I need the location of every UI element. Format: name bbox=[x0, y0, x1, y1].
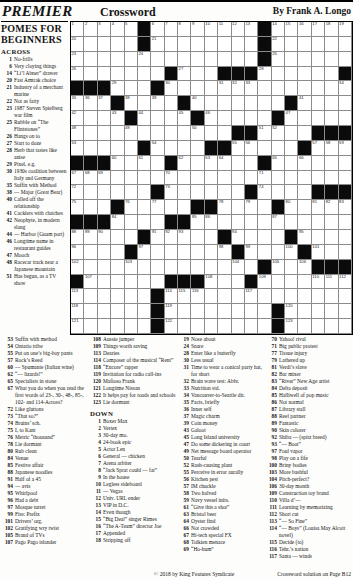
grid-cell[interactable]: 91 bbox=[151, 230, 164, 245]
grid-cell[interactable] bbox=[325, 37, 338, 52]
grid-cell[interactable] bbox=[339, 304, 352, 319]
grid-cell[interactable] bbox=[125, 230, 138, 245]
grid-cell[interactable]: 41 bbox=[298, 96, 311, 111]
grid-cell[interactable]: 60 bbox=[111, 156, 124, 171]
grid-cell[interactable]: 74 bbox=[258, 185, 271, 200]
grid-cell[interactable] bbox=[151, 156, 164, 171]
grid-cell[interactable] bbox=[178, 304, 191, 319]
grid-cell[interactable]: 120 bbox=[285, 304, 298, 319]
grid-cell[interactable]: 83 bbox=[339, 200, 352, 215]
grid-cell[interactable]: 59 bbox=[339, 141, 352, 156]
grid-cell[interactable] bbox=[339, 215, 352, 230]
grid-cell[interactable] bbox=[178, 319, 191, 334]
grid-cell[interactable] bbox=[111, 260, 124, 275]
grid-cell[interactable] bbox=[191, 81, 204, 96]
grid-cell[interactable] bbox=[191, 37, 204, 52]
grid-cell[interactable]: 99 bbox=[245, 245, 258, 260]
grid-cell[interactable] bbox=[151, 67, 164, 82]
grid-cell[interactable] bbox=[138, 289, 151, 304]
grid-cell[interactable] bbox=[98, 141, 111, 156]
grid-cell[interactable]: 43 bbox=[111, 111, 124, 126]
grid-cell[interactable] bbox=[285, 260, 298, 275]
grid-cell[interactable] bbox=[245, 37, 258, 52]
grid-cell[interactable]: 8 bbox=[178, 22, 191, 37]
grid-cell[interactable] bbox=[125, 289, 138, 304]
grid-cell[interactable] bbox=[98, 111, 111, 126]
grid-cell[interactable] bbox=[285, 171, 298, 186]
grid-cell[interactable] bbox=[218, 96, 231, 111]
grid-cell[interactable] bbox=[339, 156, 352, 171]
grid-cell[interactable]: 73 bbox=[165, 185, 178, 200]
grid-cell[interactable] bbox=[138, 185, 151, 200]
grid-cell[interactable]: 29 bbox=[111, 81, 124, 96]
grid-cell[interactable] bbox=[138, 200, 151, 215]
grid-cell[interactable] bbox=[111, 319, 124, 334]
grid-cell[interactable] bbox=[285, 275, 298, 290]
grid-cell[interactable]: 9 bbox=[191, 22, 204, 37]
grid-cell[interactable] bbox=[218, 111, 231, 126]
grid-cell[interactable] bbox=[245, 304, 258, 319]
grid-cell[interactable]: 95 bbox=[298, 230, 311, 245]
grid-cell[interactable] bbox=[111, 141, 124, 156]
grid-cell[interactable] bbox=[285, 141, 298, 156]
grid-cell[interactable] bbox=[84, 245, 97, 260]
grid-cell[interactable]: 106 bbox=[298, 260, 311, 275]
grid-cell[interactable] bbox=[98, 275, 111, 290]
grid-cell[interactable] bbox=[312, 171, 325, 186]
grid-cell[interactable] bbox=[272, 245, 285, 260]
grid-cell[interactable] bbox=[272, 81, 285, 96]
grid-cell[interactable] bbox=[312, 111, 325, 126]
grid-cell[interactable]: 104 bbox=[232, 260, 245, 275]
grid-cell[interactable] bbox=[298, 37, 311, 52]
grid-cell[interactable] bbox=[178, 171, 191, 186]
grid-cell[interactable]: 45 bbox=[178, 111, 191, 126]
grid-cell[interactable] bbox=[218, 275, 231, 290]
grid-cell[interactable]: 114 bbox=[165, 289, 178, 304]
grid-cell[interactable] bbox=[125, 275, 138, 290]
grid-cell[interactable] bbox=[258, 304, 271, 319]
grid-cell[interactable]: 89 bbox=[84, 230, 97, 245]
grid-cell[interactable] bbox=[191, 304, 204, 319]
grid-cell[interactable] bbox=[205, 185, 218, 200]
grid-cell[interactable] bbox=[218, 37, 231, 52]
grid-cell[interactable] bbox=[84, 37, 97, 52]
grid-cell[interactable]: 23 bbox=[71, 52, 84, 67]
grid-cell[interactable] bbox=[84, 141, 97, 156]
grid-cell[interactable] bbox=[232, 304, 245, 319]
grid-cell[interactable] bbox=[205, 230, 218, 245]
grid-cell[interactable]: 90 bbox=[98, 230, 111, 245]
grid-cell[interactable] bbox=[285, 289, 298, 304]
grid-cell[interactable] bbox=[205, 126, 218, 141]
grid-cell[interactable] bbox=[272, 230, 285, 245]
grid-cell[interactable]: 15 bbox=[285, 22, 298, 37]
grid-cell[interactable] bbox=[178, 37, 191, 52]
grid-cell[interactable]: 69 bbox=[98, 171, 111, 186]
grid-cell[interactable]: 4 bbox=[111, 22, 124, 37]
grid-cell[interactable] bbox=[285, 67, 298, 82]
grid-cell[interactable]: 40 bbox=[191, 96, 204, 111]
grid-cell[interactable]: 31 bbox=[218, 81, 231, 96]
grid-cell[interactable]: 70 bbox=[165, 171, 178, 186]
grid-cell[interactable]: 115 bbox=[178, 289, 191, 304]
grid-cell[interactable]: 36 bbox=[84, 96, 97, 111]
grid-cell[interactable] bbox=[258, 319, 271, 334]
grid-cell[interactable]: 123 bbox=[285, 319, 298, 334]
grid-cell[interactable] bbox=[245, 215, 258, 230]
grid-cell[interactable]: 58 bbox=[325, 141, 338, 156]
grid-cell[interactable]: 34 bbox=[339, 81, 352, 96]
grid-cell[interactable] bbox=[232, 111, 245, 126]
grid-cell[interactable] bbox=[218, 260, 231, 275]
grid-cell[interactable] bbox=[218, 185, 231, 200]
grid-cell[interactable] bbox=[138, 126, 151, 141]
grid-cell[interactable] bbox=[205, 289, 218, 304]
grid-cell[interactable]: 20 bbox=[71, 37, 84, 52]
grid-cell[interactable] bbox=[312, 289, 325, 304]
grid-cell[interactable] bbox=[205, 260, 218, 275]
grid-cell[interactable]: 32 bbox=[232, 81, 245, 96]
grid-cell[interactable] bbox=[339, 171, 352, 186]
grid-cell[interactable] bbox=[191, 141, 204, 156]
grid-cell[interactable]: 3 bbox=[98, 22, 111, 37]
grid-cell[interactable] bbox=[125, 52, 138, 67]
grid-cell[interactable] bbox=[138, 304, 151, 319]
grid-cell[interactable] bbox=[298, 171, 311, 186]
grid-cell[interactable]: 22 bbox=[272, 37, 285, 52]
grid-cell[interactable] bbox=[151, 275, 164, 290]
grid-cell[interactable] bbox=[245, 111, 258, 126]
grid-cell[interactable]: 27 bbox=[178, 67, 191, 82]
grid-cell[interactable] bbox=[258, 200, 271, 215]
grid-cell[interactable] bbox=[165, 126, 178, 141]
grid-cell[interactable]: 81 bbox=[312, 200, 325, 215]
grid-cell[interactable] bbox=[84, 67, 97, 82]
grid-cell[interactable] bbox=[325, 230, 338, 245]
grid-cell[interactable] bbox=[125, 37, 138, 52]
grid-cell[interactable] bbox=[151, 126, 164, 141]
grid-cell[interactable]: 37 bbox=[98, 96, 111, 111]
grid-cell[interactable] bbox=[178, 245, 191, 260]
grid-cell[interactable] bbox=[111, 245, 124, 260]
grid-cell[interactable]: 122 bbox=[165, 319, 178, 334]
grid-cell[interactable] bbox=[232, 275, 245, 290]
grid-cell[interactable]: 71 bbox=[258, 171, 271, 186]
grid-cell[interactable]: 92 bbox=[165, 230, 178, 245]
grid-cell[interactable]: 5 bbox=[125, 22, 138, 37]
grid-cell[interactable]: 117 bbox=[245, 289, 258, 304]
grid-cell[interactable]: 1 bbox=[71, 22, 84, 37]
grid-cell[interactable] bbox=[298, 289, 311, 304]
grid-cell[interactable] bbox=[272, 67, 285, 82]
grid-cell[interactable]: 65 bbox=[272, 156, 285, 171]
grid-cell[interactable] bbox=[325, 319, 338, 334]
grid-cell[interactable] bbox=[339, 96, 352, 111]
grid-cell[interactable] bbox=[205, 319, 218, 334]
grid-cell[interactable] bbox=[98, 319, 111, 334]
grid-cell[interactable] bbox=[285, 156, 298, 171]
grid-cell[interactable] bbox=[339, 230, 352, 245]
grid-cell[interactable]: 57 bbox=[312, 141, 325, 156]
grid-cell[interactable] bbox=[298, 126, 311, 141]
grid-cell[interactable]: 39 bbox=[151, 96, 164, 111]
grid-cell[interactable] bbox=[98, 126, 111, 141]
grid-cell[interactable] bbox=[272, 289, 285, 304]
grid-cell[interactable]: 46 bbox=[205, 111, 218, 126]
grid-cell[interactable] bbox=[178, 185, 191, 200]
grid-cell[interactable]: 10 bbox=[205, 22, 218, 37]
grid-cell[interactable] bbox=[218, 126, 231, 141]
grid-cell[interactable]: 49 bbox=[125, 126, 138, 141]
grid-cell[interactable]: 44 bbox=[138, 111, 151, 126]
grid-cell[interactable] bbox=[245, 230, 258, 245]
grid-cell[interactable] bbox=[165, 245, 178, 260]
grid-cell[interactable] bbox=[272, 141, 285, 156]
grid-cell[interactable]: 86 bbox=[205, 215, 218, 230]
grid-cell[interactable] bbox=[339, 289, 352, 304]
grid-cell[interactable] bbox=[191, 67, 204, 82]
grid-cell[interactable]: 93 bbox=[178, 230, 191, 245]
grid-cell[interactable] bbox=[285, 215, 298, 230]
grid-cell[interactable] bbox=[339, 319, 352, 334]
grid-cell[interactable] bbox=[111, 304, 124, 319]
grid-cell[interactable] bbox=[165, 200, 178, 215]
grid-cell[interactable] bbox=[272, 275, 285, 290]
grid-cell[interactable] bbox=[205, 81, 218, 96]
grid-cell[interactable] bbox=[178, 126, 191, 141]
grid-cell[interactable]: 64 bbox=[218, 156, 231, 171]
grid-cell[interactable] bbox=[205, 37, 218, 52]
grid-cell[interactable]: 19 bbox=[339, 22, 352, 37]
grid-cell[interactable]: 12 bbox=[232, 22, 245, 37]
grid-cell[interactable] bbox=[111, 275, 124, 290]
grid-cell[interactable] bbox=[232, 185, 245, 200]
grid-cell[interactable] bbox=[111, 37, 124, 52]
grid-cell[interactable] bbox=[312, 319, 325, 334]
grid-cell[interactable]: 103 bbox=[125, 260, 138, 275]
grid-cell[interactable] bbox=[339, 245, 352, 260]
grid-cell[interactable] bbox=[98, 67, 111, 82]
grid-cell[interactable]: 72 bbox=[71, 185, 84, 200]
grid-cell[interactable]: 80 bbox=[285, 200, 298, 215]
grid-cell[interactable] bbox=[312, 52, 325, 67]
grid-cell[interactable] bbox=[312, 304, 325, 319]
grid-cell[interactable]: 88 bbox=[71, 230, 84, 245]
grid-cell[interactable]: 52 bbox=[272, 126, 285, 141]
grid-cell[interactable] bbox=[138, 67, 151, 82]
grid-cell[interactable] bbox=[191, 52, 204, 67]
grid-cell[interactable] bbox=[84, 200, 97, 215]
grid-cell[interactable] bbox=[298, 319, 311, 334]
grid-cell[interactable]: 67 bbox=[71, 171, 84, 186]
grid-cell[interactable] bbox=[258, 230, 271, 245]
grid-cell[interactable]: 51 bbox=[258, 126, 271, 141]
grid-cell[interactable] bbox=[191, 156, 204, 171]
grid-cell[interactable]: 14 bbox=[272, 22, 285, 37]
grid-cell[interactable] bbox=[339, 37, 352, 52]
grid-cell[interactable]: 66 bbox=[298, 156, 311, 171]
grid-cell[interactable]: 11 bbox=[218, 22, 231, 37]
grid-cell[interactable] bbox=[125, 141, 138, 156]
grid-cell[interactable]: 61 bbox=[138, 156, 151, 171]
grid-cell[interactable]: 84 bbox=[111, 215, 124, 230]
grid-cell[interactable] bbox=[151, 215, 164, 230]
grid-cell[interactable] bbox=[285, 81, 298, 96]
grid-cell[interactable] bbox=[312, 67, 325, 82]
grid-cell[interactable] bbox=[125, 304, 138, 319]
grid-cell[interactable] bbox=[258, 245, 271, 260]
grid-cell[interactable] bbox=[151, 111, 164, 126]
grid-cell[interactable] bbox=[298, 215, 311, 230]
grid-cell[interactable] bbox=[98, 185, 111, 200]
grid-cell[interactable] bbox=[312, 230, 325, 245]
grid-cell[interactable]: 50 bbox=[191, 126, 204, 141]
grid-cell[interactable] bbox=[191, 185, 204, 200]
grid-cell[interactable]: 62 bbox=[178, 156, 191, 171]
grid-cell[interactable] bbox=[298, 304, 311, 319]
grid-cell[interactable] bbox=[325, 289, 338, 304]
grid-cell[interactable] bbox=[339, 52, 352, 67]
grid-cell[interactable] bbox=[125, 185, 138, 200]
grid-cell[interactable]: 121 bbox=[71, 319, 84, 334]
grid-cell[interactable] bbox=[165, 260, 178, 275]
grid-cell[interactable] bbox=[165, 141, 178, 156]
grid-cell[interactable] bbox=[138, 215, 151, 230]
grid-cell[interactable]: 33 bbox=[245, 81, 258, 96]
grid-cell[interactable]: 17 bbox=[312, 22, 325, 37]
grid-cell[interactable]: 42 bbox=[71, 111, 84, 126]
grid-cell[interactable] bbox=[298, 275, 311, 290]
grid-cell[interactable] bbox=[84, 52, 97, 67]
grid-cell[interactable] bbox=[325, 52, 338, 67]
grid-cell[interactable] bbox=[325, 111, 338, 126]
grid-cell[interactable] bbox=[205, 52, 218, 67]
grid-cell[interactable] bbox=[232, 215, 245, 230]
grid-cell[interactable] bbox=[245, 156, 258, 171]
grid-cell[interactable] bbox=[232, 156, 245, 171]
grid-cell[interactable] bbox=[298, 185, 311, 200]
grid-cell[interactable]: 30 bbox=[165, 81, 178, 96]
grid-cell[interactable] bbox=[312, 81, 325, 96]
grid-cell[interactable]: 13 bbox=[245, 22, 258, 37]
grid-cell[interactable]: 85 bbox=[191, 215, 204, 230]
grid-cell[interactable] bbox=[232, 52, 245, 67]
grid-cell[interactable]: 25 bbox=[272, 52, 285, 67]
grid-cell[interactable]: 68 bbox=[84, 171, 97, 186]
grid-cell[interactable] bbox=[245, 319, 258, 334]
grid-cell[interactable] bbox=[272, 185, 285, 200]
grid-cell[interactable] bbox=[138, 96, 151, 111]
grid-cell[interactable] bbox=[98, 52, 111, 67]
grid-cell[interactable] bbox=[98, 245, 111, 260]
grid-cell[interactable] bbox=[258, 215, 271, 230]
grid-cell[interactable] bbox=[285, 185, 298, 200]
grid-cell[interactable]: 113 bbox=[71, 289, 84, 304]
grid-cell[interactable] bbox=[165, 96, 178, 111]
grid-cell[interactable] bbox=[325, 96, 338, 111]
grid-cell[interactable]: 77 bbox=[151, 200, 164, 215]
grid-cell[interactable]: 6 bbox=[151, 22, 164, 37]
grid-cell[interactable]: 48 bbox=[71, 126, 84, 141]
grid-cell[interactable] bbox=[298, 67, 311, 82]
grid-cell[interactable]: 110 bbox=[312, 275, 325, 290]
grid-cell[interactable] bbox=[325, 81, 338, 96]
grid-cell[interactable] bbox=[339, 111, 352, 126]
grid-cell[interactable]: 107 bbox=[84, 275, 97, 290]
grid-cell[interactable]: 118 bbox=[71, 304, 84, 319]
grid-cell[interactable] bbox=[258, 289, 271, 304]
grid-cell[interactable]: 112 bbox=[339, 275, 352, 290]
grid-cell[interactable] bbox=[245, 96, 258, 111]
grid-cell[interactable] bbox=[191, 319, 204, 334]
grid-cell[interactable] bbox=[138, 319, 151, 334]
grid-cell[interactable] bbox=[151, 52, 164, 67]
grid-cell[interactable] bbox=[151, 260, 164, 275]
grid-cell[interactable] bbox=[285, 126, 298, 141]
grid-cell[interactable] bbox=[272, 171, 285, 186]
grid-cell[interactable] bbox=[125, 156, 138, 171]
grid-cell[interactable] bbox=[205, 245, 218, 260]
grid-cell[interactable] bbox=[325, 215, 338, 230]
grid-cell[interactable] bbox=[138, 81, 151, 96]
grid-cell[interactable] bbox=[312, 37, 325, 52]
grid-cell[interactable] bbox=[84, 126, 97, 141]
grid-cell[interactable]: 109 bbox=[258, 275, 271, 290]
grid-cell[interactable] bbox=[245, 171, 258, 186]
grid-cell[interactable]: 47 bbox=[285, 111, 298, 126]
grid-cell[interactable] bbox=[138, 171, 151, 186]
grid-cell[interactable] bbox=[178, 52, 191, 67]
grid-cell[interactable]: 116 bbox=[191, 289, 204, 304]
grid-cell[interactable] bbox=[178, 260, 191, 275]
grid-cell[interactable] bbox=[205, 304, 218, 319]
grid-cell[interactable] bbox=[298, 81, 311, 96]
grid-cell[interactable]: 16 bbox=[298, 22, 311, 37]
grid-cell[interactable]: 111 bbox=[325, 275, 338, 290]
grid-cell[interactable] bbox=[84, 319, 97, 334]
grid-cell[interactable]: 2 bbox=[84, 22, 97, 37]
grid-cell[interactable]: 97 bbox=[138, 245, 151, 260]
grid-cell[interactable] bbox=[312, 215, 325, 230]
grid-cell[interactable] bbox=[205, 171, 218, 186]
grid-cell[interactable]: 102 bbox=[71, 260, 84, 275]
grid-cell[interactable] bbox=[165, 111, 178, 126]
grid-cell[interactable] bbox=[191, 171, 204, 186]
grid-cell[interactable] bbox=[125, 319, 138, 334]
grid-cell[interactable] bbox=[125, 67, 138, 82]
grid-cell[interactable] bbox=[191, 260, 204, 275]
grid-cell[interactable]: 35 bbox=[71, 96, 84, 111]
grid-cell[interactable] bbox=[191, 230, 204, 245]
grid-cell[interactable] bbox=[218, 215, 231, 230]
grid-cell[interactable]: 63 bbox=[205, 156, 218, 171]
grid-cell[interactable] bbox=[285, 52, 298, 67]
grid-cell[interactable] bbox=[218, 52, 231, 67]
grid-cell[interactable] bbox=[111, 67, 124, 82]
grid-cell[interactable] bbox=[84, 289, 97, 304]
grid-cell[interactable] bbox=[138, 275, 151, 290]
grid-cell[interactable] bbox=[98, 304, 111, 319]
grid-cell[interactable]: 38 bbox=[125, 96, 138, 111]
grid-cell[interactable] bbox=[111, 185, 124, 200]
grid-cell[interactable] bbox=[245, 52, 258, 67]
grid-cell[interactable] bbox=[98, 200, 111, 215]
grid-cell[interactable]: 75 bbox=[71, 200, 84, 215]
grid-cell[interactable] bbox=[84, 111, 97, 126]
grid-cell[interactable] bbox=[111, 230, 124, 245]
grid-cell[interactable] bbox=[285, 37, 298, 52]
